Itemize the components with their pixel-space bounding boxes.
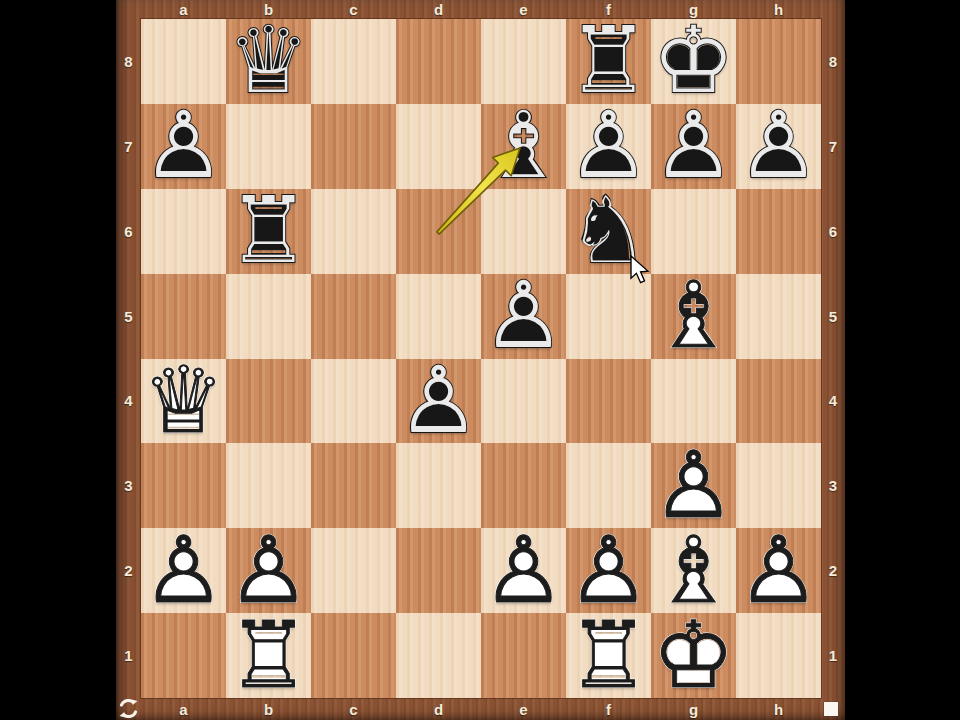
square-h7[interactable]: ♟♙ [736,104,821,189]
black-pawn[interactable]: ♟♙ [141,104,226,189]
square-f8[interactable]: ♜♖ [566,19,651,104]
square-h2[interactable]: ♟♙ [736,528,821,613]
square-a7[interactable]: ♟♙ [141,104,226,189]
rank-label-5: 5 [821,274,845,359]
white-king[interactable]: ♚♔ [651,613,736,698]
piece-glyph-outline: ♘ [566,189,651,274]
square-e2[interactable]: ♟♙ [481,528,566,613]
square-a6[interactable] [141,189,226,274]
piece-glyph-outline: ♔ [651,19,736,104]
white-bishop[interactable]: ♝♗ [651,528,736,613]
rank-label-6: 6 [821,189,845,274]
square-b6[interactable]: ♜♖ [226,189,311,274]
square-g3[interactable]: ♟♙ [651,443,736,528]
square-d4[interactable]: ♟♙ [396,359,481,444]
white-pawn[interactable]: ♟♙ [226,528,311,613]
square-d2[interactable] [396,528,481,613]
white-rook[interactable]: ♜♖ [226,613,311,698]
piece-glyph-outline: ♙ [226,528,311,613]
rank-labels-right: 87654321 [821,19,845,698]
rank-label-1: 1 [821,613,845,698]
black-pawn[interactable]: ♟♙ [736,104,821,189]
piece-glyph-outline: ♙ [566,528,651,613]
file-label-h: h [736,0,821,19]
piece-glyph-outline: ♙ [566,104,651,189]
white-bishop[interactable]: ♝♗ [651,274,736,359]
rank-label-2: 2 [116,528,141,613]
square-a2[interactable]: ♟♙ [141,528,226,613]
rank-labels-left: 87654321 [116,19,141,698]
square-e4[interactable] [481,359,566,444]
square-e1[interactable] [481,613,566,698]
square-f6[interactable]: ♞♘ [566,189,651,274]
square-g8[interactable]: ♚♔ [651,19,736,104]
black-pawn[interactable]: ♟♙ [566,104,651,189]
square-d7[interactable] [396,104,481,189]
black-queen[interactable]: ♛♕ [226,19,311,104]
board-frame: abcdefgh abcdefgh 87654321 87654321 ♛♕♜♖… [116,0,845,720]
square-g4[interactable] [651,359,736,444]
square-g7[interactable]: ♟♙ [651,104,736,189]
square-a3[interactable] [141,443,226,528]
square-e5[interactable]: ♟♙ [481,274,566,359]
black-king[interactable]: ♚♔ [651,19,736,104]
square-a1[interactable] [141,613,226,698]
square-c2[interactable] [311,528,396,613]
square-c3[interactable] [311,443,396,528]
square-f2[interactable]: ♟♙ [566,528,651,613]
square-e7[interactable]: ♝♗ [481,104,566,189]
square-b5[interactable] [226,274,311,359]
square-e3[interactable] [481,443,566,528]
square-g2[interactable]: ♝♗ [651,528,736,613]
square-d6[interactable] [396,189,481,274]
square-a8[interactable] [141,19,226,104]
square-c8[interactable] [311,19,396,104]
square-b3[interactable] [226,443,311,528]
rank-label-4: 4 [116,359,141,444]
rank-label-8: 8 [821,19,845,104]
square-c1[interactable] [311,613,396,698]
rank-label-2: 2 [821,528,845,613]
file-label-a: a [141,0,226,19]
square-g6[interactable] [651,189,736,274]
square-b2[interactable]: ♟♙ [226,528,311,613]
square-d8[interactable] [396,19,481,104]
square-g1[interactable]: ♚♔ [651,613,736,698]
piece-glyph-outline: ♖ [566,19,651,104]
black-pawn[interactable]: ♟♙ [396,359,481,444]
piece-glyph-outline: ♙ [651,443,736,528]
square-b7[interactable] [226,104,311,189]
square-a5[interactable] [141,274,226,359]
white-pawn[interactable]: ♟♙ [566,528,651,613]
white-pawn[interactable]: ♟♙ [651,443,736,528]
square-d1[interactable] [396,613,481,698]
rank-label-1: 1 [116,613,141,698]
square-d5[interactable] [396,274,481,359]
piece-glyph-outline: ♖ [566,613,651,698]
square-f4[interactable] [566,359,651,444]
square-f3[interactable] [566,443,651,528]
black-pawn[interactable]: ♟♙ [651,104,736,189]
square-f5[interactable] [566,274,651,359]
square-h1[interactable] [736,613,821,698]
square-e8[interactable] [481,19,566,104]
piece-glyph-outline: ♕ [226,19,311,104]
piece-glyph-outline: ♖ [226,189,311,274]
rank-label-4: 4 [821,359,845,444]
black-knight[interactable]: ♞♘ [566,189,651,274]
piece-glyph-outline: ♗ [481,104,566,189]
chess-board: ♛♕♜♖♚♔♟♙♝♗♟♙♟♙♟♙♜♖♞♘♟♙♝♗♛♕♟♙♟♙♟♙♟♙♟♙♟♙♝♗… [141,19,821,698]
white-pawn[interactable]: ♟♙ [736,528,821,613]
video-frame: abcdefgh abcdefgh 87654321 87654321 ♛♕♜♖… [0,0,960,720]
rank-label-6: 6 [116,189,141,274]
file-label-c: c [311,0,396,19]
square-h5[interactable] [736,274,821,359]
square-g5[interactable]: ♝♗ [651,274,736,359]
piece-glyph-outline: ♖ [226,613,311,698]
flip-board-icon[interactable] [117,699,140,718]
file-label-e: e [481,0,566,19]
piece-glyph-outline: ♙ [396,359,481,444]
piece-glyph-outline: ♙ [141,528,226,613]
white-pawn[interactable]: ♟♙ [481,528,566,613]
file-label-d: d [396,0,481,19]
rank-label-3: 3 [116,443,141,528]
piece-glyph-outline: ♙ [736,528,821,613]
square-f1[interactable]: ♜♖ [566,613,651,698]
file-label-e: e [481,698,566,720]
file-label-c: c [311,698,396,720]
black-bishop[interactable]: ♝♗ [481,104,566,189]
file-label-a: a [141,698,226,720]
piece-glyph-outline: ♙ [481,528,566,613]
piece-glyph-outline: ♙ [141,104,226,189]
square-a4[interactable]: ♛♕ [141,359,226,444]
white-rook[interactable]: ♜♖ [566,613,651,698]
black-rook[interactable]: ♜♖ [226,189,311,274]
file-label-d: d [396,698,481,720]
piece-glyph-outline: ♗ [651,528,736,613]
rank-label-7: 7 [821,104,845,189]
file-label-h: h [736,698,821,720]
black-pawn[interactable]: ♟♙ [481,274,566,359]
square-b4[interactable] [226,359,311,444]
piece-glyph-outline: ♕ [141,359,226,444]
square-h6[interactable] [736,189,821,274]
rank-label-5: 5 [116,274,141,359]
square-c4[interactable] [311,359,396,444]
piece-glyph-outline: ♙ [651,104,736,189]
square-h4[interactable] [736,359,821,444]
piece-glyph-outline: ♙ [481,274,566,359]
piece-glyph-outline: ♙ [736,104,821,189]
square-f7[interactable]: ♟♙ [566,104,651,189]
piece-glyph-outline: ♗ [651,274,736,359]
stop-icon[interactable] [824,702,838,716]
square-e6[interactable] [481,189,566,274]
square-d3[interactable] [396,443,481,528]
square-b8[interactable]: ♛♕ [226,19,311,104]
white-pawn[interactable]: ♟♙ [141,528,226,613]
rank-label-7: 7 [116,104,141,189]
square-c6[interactable] [311,189,396,274]
square-h8[interactable] [736,19,821,104]
rank-label-3: 3 [821,443,845,528]
piece-glyph-outline: ♔ [651,613,736,698]
square-h3[interactable] [736,443,821,528]
square-c7[interactable] [311,104,396,189]
square-b1[interactable]: ♜♖ [226,613,311,698]
rank-label-8: 8 [116,19,141,104]
square-c5[interactable] [311,274,396,359]
black-rook[interactable]: ♜♖ [566,19,651,104]
white-queen[interactable]: ♛♕ [141,359,226,444]
